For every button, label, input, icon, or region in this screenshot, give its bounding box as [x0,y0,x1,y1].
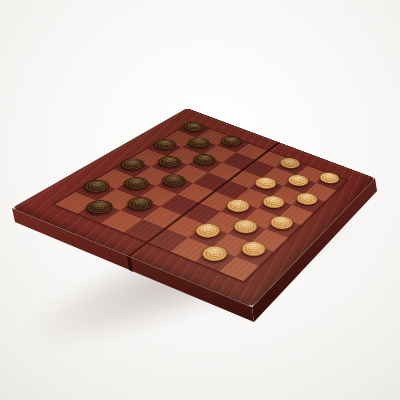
piece-dark-a1[interactable] [179,120,208,134]
photo-stage [0,0,400,400]
